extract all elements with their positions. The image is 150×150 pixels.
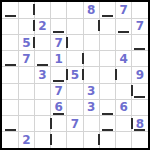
cell-r4c9[interactable] — [132, 51, 148, 67]
consecutive-mark-vertical — [33, 4, 35, 15]
cell-r8c4[interactable] — [51, 116, 67, 132]
cell-r8c2[interactable] — [18, 116, 34, 132]
cell-r4c5[interactable] — [67, 51, 83, 67]
cell-r7c2[interactable] — [18, 99, 34, 115]
consecutive-mark-vertical — [131, 85, 133, 96]
cell-r8c8[interactable] — [116, 116, 132, 132]
cell-r3c8[interactable] — [116, 34, 132, 50]
cell-r1c2[interactable] — [18, 2, 34, 18]
cell-r9c5[interactable] — [67, 132, 83, 148]
cell-r3c6[interactable] — [83, 34, 99, 50]
cell-r2c2[interactable] — [18, 18, 34, 34]
cell-r6c4[interactable]: 7 — [51, 83, 67, 99]
cell-r3c2[interactable]: 5 — [18, 34, 34, 50]
consecutive-mark-vertical — [98, 134, 100, 145]
cell-r2c9[interactable]: 7 — [132, 18, 148, 34]
cell-r9c1[interactable] — [2, 132, 18, 148]
puzzle-board: 87275771435973636782 — [0, 0, 150, 150]
consecutive-mark-vertical — [82, 53, 84, 64]
consecutive-mark-vertical — [50, 118, 52, 129]
consecutive-mark-vertical — [33, 37, 35, 48]
cell-r5c5[interactable]: 5 — [67, 67, 83, 83]
cell-r4c7[interactable] — [99, 51, 115, 67]
consecutive-mark-vertical — [66, 37, 68, 48]
cell-r6c3[interactable] — [34, 83, 50, 99]
consecutive-mark-vertical — [66, 69, 68, 80]
consecutive-mark-horizontal — [134, 129, 145, 131]
cell-r1c5[interactable] — [67, 2, 83, 18]
cell-r9c7[interactable] — [99, 132, 115, 148]
consecutive-mark-horizontal — [5, 15, 16, 17]
cell-r6c5[interactable] — [67, 83, 83, 99]
consecutive-mark-horizontal — [53, 113, 64, 115]
cell-r2c3[interactable]: 2 — [34, 18, 50, 34]
cell-r8c3[interactable] — [34, 116, 50, 132]
cell-r3c7[interactable] — [99, 34, 115, 50]
cell-r6c7[interactable] — [99, 83, 115, 99]
cell-r1c8[interactable]: 7 — [116, 2, 132, 18]
consecutive-mark-horizontal — [102, 15, 113, 17]
consecutive-mark-vertical — [82, 69, 84, 80]
cell-r5c1[interactable] — [2, 67, 18, 83]
consecutive-mark-vertical — [131, 118, 133, 129]
cell-r4c6[interactable] — [83, 51, 99, 67]
cell-r1c9[interactable] — [132, 2, 148, 18]
cell-r1c6[interactable]: 8 — [83, 2, 99, 18]
cell-r1c4[interactable] — [51, 2, 67, 18]
cell-r5c6[interactable] — [83, 67, 99, 83]
cell-r9c4[interactable] — [51, 132, 67, 148]
cell-r2c5[interactable] — [67, 18, 83, 34]
consecutive-mark-horizontal — [37, 64, 48, 66]
cell-r9c6[interactable] — [83, 132, 99, 148]
consecutive-mark-vertical — [115, 69, 117, 80]
cell-r3c4[interactable]: 7 — [51, 34, 67, 50]
cell-r8c5[interactable]: 7 — [67, 116, 83, 132]
consecutive-mark-horizontal — [102, 129, 113, 131]
cell-r7c9[interactable] — [132, 99, 148, 115]
cell-r5c9[interactable]: 9 — [132, 67, 148, 83]
cell-r1c3[interactable] — [34, 2, 50, 18]
consecutive-mark-horizontal — [5, 129, 16, 131]
cell-r4c8[interactable]: 4 — [116, 51, 132, 67]
cell-r3c5[interactable] — [67, 34, 83, 50]
consecutive-mark-vertical — [98, 20, 100, 31]
cell-r4c4[interactable]: 1 — [51, 51, 67, 67]
consecutive-mark-horizontal — [102, 113, 113, 115]
cell-r2c1[interactable] — [2, 18, 18, 34]
consecutive-mark-horizontal — [53, 80, 64, 82]
consecutive-mark-vertical — [33, 20, 35, 31]
cell-r3c3[interactable] — [34, 34, 50, 50]
consecutive-mark-vertical — [50, 134, 52, 145]
cell-r7c1[interactable] — [2, 99, 18, 115]
cell-r2c6[interactable] — [83, 18, 99, 34]
cell-r2c7[interactable] — [99, 18, 115, 34]
cell-r6c6[interactable]: 3 — [83, 83, 99, 99]
consecutive-mark-horizontal — [118, 31, 129, 33]
consecutive-mark-horizontal — [134, 96, 145, 98]
cell-r8c6[interactable] — [83, 116, 99, 132]
cell-r3c1[interactable] — [2, 34, 18, 50]
cell-r7c5[interactable] — [67, 99, 83, 115]
cell-r5c3[interactable]: 3 — [34, 67, 50, 83]
cell-r7c3[interactable] — [34, 99, 50, 115]
cell-r5c8[interactable] — [116, 67, 132, 83]
cell-r6c1[interactable] — [2, 83, 18, 99]
cell-r5c2[interactable] — [18, 67, 34, 83]
consecutive-mark-horizontal — [134, 48, 145, 50]
cell-r9c2[interactable]: 2 — [18, 132, 34, 148]
cell-r9c3[interactable] — [34, 132, 50, 148]
cell-r6c8[interactable] — [116, 83, 132, 99]
cell-r7c6[interactable]: 3 — [83, 99, 99, 115]
cell-r6c2[interactable] — [18, 83, 34, 99]
cell-r7c8[interactable]: 6 — [116, 99, 132, 115]
cell-r9c8[interactable] — [116, 132, 132, 148]
cell-r9c9[interactable] — [132, 132, 148, 148]
cell-r5c7[interactable] — [99, 67, 115, 83]
cell-r4c2[interactable]: 7 — [18, 51, 34, 67]
consecutive-mark-horizontal — [53, 31, 64, 33]
consecutive-mark-horizontal — [5, 64, 16, 66]
